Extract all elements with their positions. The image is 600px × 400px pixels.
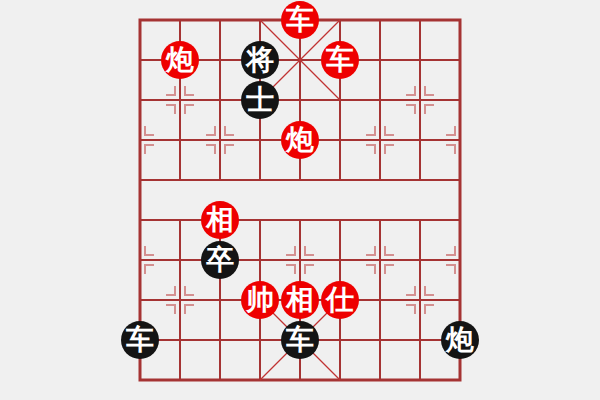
black-advisor[interactable]: 士 xyxy=(241,81,279,119)
pieces-layer: 车炮将车士炮相卒帅相仕车车炮 xyxy=(0,0,600,400)
red-chariot[interactable]: 车 xyxy=(321,41,359,79)
black-general[interactable]: 将 xyxy=(241,41,279,79)
black-soldier[interactable]: 卒 xyxy=(201,241,239,279)
red-chariot[interactable]: 车 xyxy=(281,1,319,39)
black-chariot[interactable]: 车 xyxy=(121,321,159,359)
red-general[interactable]: 帅 xyxy=(241,281,279,319)
red-elephant[interactable]: 相 xyxy=(201,201,239,239)
black-chariot[interactable]: 车 xyxy=(281,321,319,359)
black-cannon[interactable]: 炮 xyxy=(441,321,479,359)
red-cannon[interactable]: 炮 xyxy=(281,121,319,159)
xiangqi-app: 车炮将车士炮相卒帅相仕车车炮 xyxy=(0,0,600,400)
red-advisor[interactable]: 仕 xyxy=(321,281,359,319)
red-cannon[interactable]: 炮 xyxy=(161,41,199,79)
red-elephant[interactable]: 相 xyxy=(281,281,319,319)
